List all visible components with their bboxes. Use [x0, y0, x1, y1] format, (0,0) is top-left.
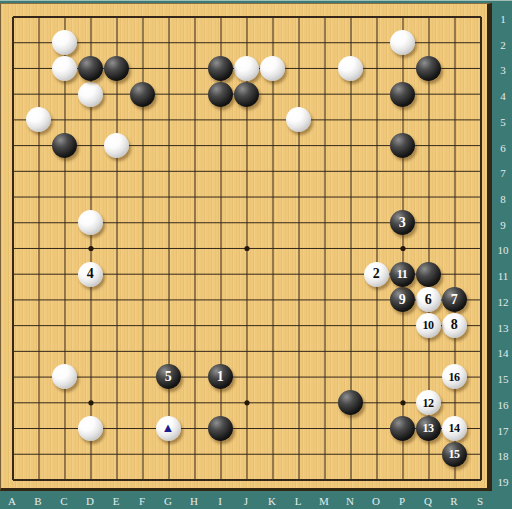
column-label-D: D [86, 496, 94, 507]
column-label-H: H [190, 496, 198, 507]
move-number-label: 4 [87, 267, 94, 281]
stone-white-B5 [26, 107, 51, 132]
stone-white-R13: 8 [442, 313, 467, 338]
go-board[interactable]: ▲12345678910111213141516 [0, 3, 492, 491]
stone-white-N3 [338, 56, 363, 81]
column-label-G: G [164, 496, 172, 507]
column-label-K: K [268, 496, 276, 507]
stone-white-D17 [78, 416, 103, 441]
move-number-label: 7 [451, 293, 458, 307]
stone-white-J3 [234, 56, 259, 81]
column-label-Q: Q [424, 496, 432, 507]
row-label-8: 8 [500, 194, 506, 205]
stone-white-D4 [78, 82, 103, 107]
stone-black-P9: 3 [390, 210, 415, 235]
row-label-1: 1 [500, 14, 506, 25]
stone-black-I15: 1 [208, 364, 233, 389]
move-number-label: 2 [373, 267, 380, 281]
column-label-B: B [34, 496, 41, 507]
stone-black-G15: 5 [156, 364, 181, 389]
row-label-16: 16 [498, 399, 509, 410]
column-label-L: L [295, 496, 302, 507]
stone-black-R12: 7 [442, 287, 467, 312]
row-label-10: 10 [498, 245, 509, 256]
column-label-F: F [139, 496, 145, 507]
stone-white-Q12: 6 [416, 287, 441, 312]
row-label-6: 6 [500, 142, 506, 153]
stone-black-I4 [208, 82, 233, 107]
row-label-12: 12 [498, 296, 509, 307]
move-number-label: 6 [425, 293, 432, 307]
column-label-A: A [8, 496, 16, 507]
stone-black-P11: 11 [390, 262, 415, 287]
stone-black-P4 [390, 82, 415, 107]
stone-white-L5 [286, 107, 311, 132]
stone-black-R18: 15 [442, 442, 467, 467]
row-label-3: 3 [500, 65, 506, 76]
stone-black-Q11 [416, 262, 441, 287]
column-label-S: S [477, 496, 483, 507]
row-label-14: 14 [498, 348, 509, 359]
row-label-11: 11 [498, 271, 509, 282]
stone-white-Q16: 12 [416, 390, 441, 415]
move-number-label: 14 [449, 422, 460, 434]
stone-white-C2 [52, 30, 77, 55]
stone-black-J4 [234, 82, 259, 107]
stone-black-N16 [338, 390, 363, 415]
column-label-M: M [319, 496, 329, 507]
triangle-marker-icon: ▲ [162, 421, 175, 434]
move-number-label: 11 [397, 268, 407, 280]
stone-white-C15 [52, 364, 77, 389]
row-label-15: 15 [498, 374, 509, 385]
stone-white-R17: 14 [442, 416, 467, 441]
stone-black-P12: 9 [390, 287, 415, 312]
stone-black-C6 [52, 133, 77, 158]
column-label-R: R [450, 496, 457, 507]
stone-black-I17 [208, 416, 233, 441]
stone-black-P6 [390, 133, 415, 158]
move-number-label: 1 [217, 370, 224, 384]
column-label-C: C [60, 496, 67, 507]
stone-black-Q3 [416, 56, 441, 81]
column-label-O: O [372, 496, 380, 507]
row-label-13: 13 [498, 322, 509, 333]
move-number-label: 16 [449, 371, 460, 383]
move-number-label: 5 [165, 370, 172, 384]
column-label-E: E [113, 496, 120, 507]
column-label-J: J [244, 496, 248, 507]
stone-white-P2 [390, 30, 415, 55]
row-label-18: 18 [498, 451, 509, 462]
row-label-19: 19 [498, 476, 509, 487]
column-label-N: N [346, 496, 354, 507]
row-label-17: 17 [498, 425, 509, 436]
move-number-label: 10 [423, 319, 434, 331]
stone-white-D11: 4 [78, 262, 103, 287]
row-label-7: 7 [500, 168, 506, 179]
stone-white-G17: ▲ [156, 416, 181, 441]
go-diagram: ▲12345678910111213141516 ABCDEFGHIJKLMNO… [0, 0, 512, 509]
stone-white-C3 [52, 56, 77, 81]
stone-black-P17 [390, 416, 415, 441]
stone-black-I3 [208, 56, 233, 81]
column-label-I: I [218, 496, 222, 507]
row-label-9: 9 [500, 219, 506, 230]
stone-black-E3 [104, 56, 129, 81]
stone-black-Q17: 13 [416, 416, 441, 441]
stone-white-K3 [260, 56, 285, 81]
stone-white-Q13: 10 [416, 313, 441, 338]
stone-white-E6 [104, 133, 129, 158]
stone-black-F4 [130, 82, 155, 107]
stone-white-R15: 16 [442, 364, 467, 389]
row-label-5: 5 [500, 116, 506, 127]
move-number-label: 9 [399, 293, 406, 307]
stone-white-O11: 2 [364, 262, 389, 287]
row-label-2: 2 [500, 39, 506, 50]
move-number-label: 12 [423, 397, 434, 409]
move-number-label: 13 [423, 422, 434, 434]
stones-layer: ▲12345678910111213141516 [0, 4, 493, 493]
move-number-label: 8 [451, 318, 458, 332]
stone-black-D3 [78, 56, 103, 81]
stone-white-D9 [78, 210, 103, 235]
column-label-P: P [399, 496, 405, 507]
move-number-label: 3 [399, 216, 406, 230]
row-label-4: 4 [500, 91, 506, 102]
move-number-label: 15 [449, 448, 460, 460]
